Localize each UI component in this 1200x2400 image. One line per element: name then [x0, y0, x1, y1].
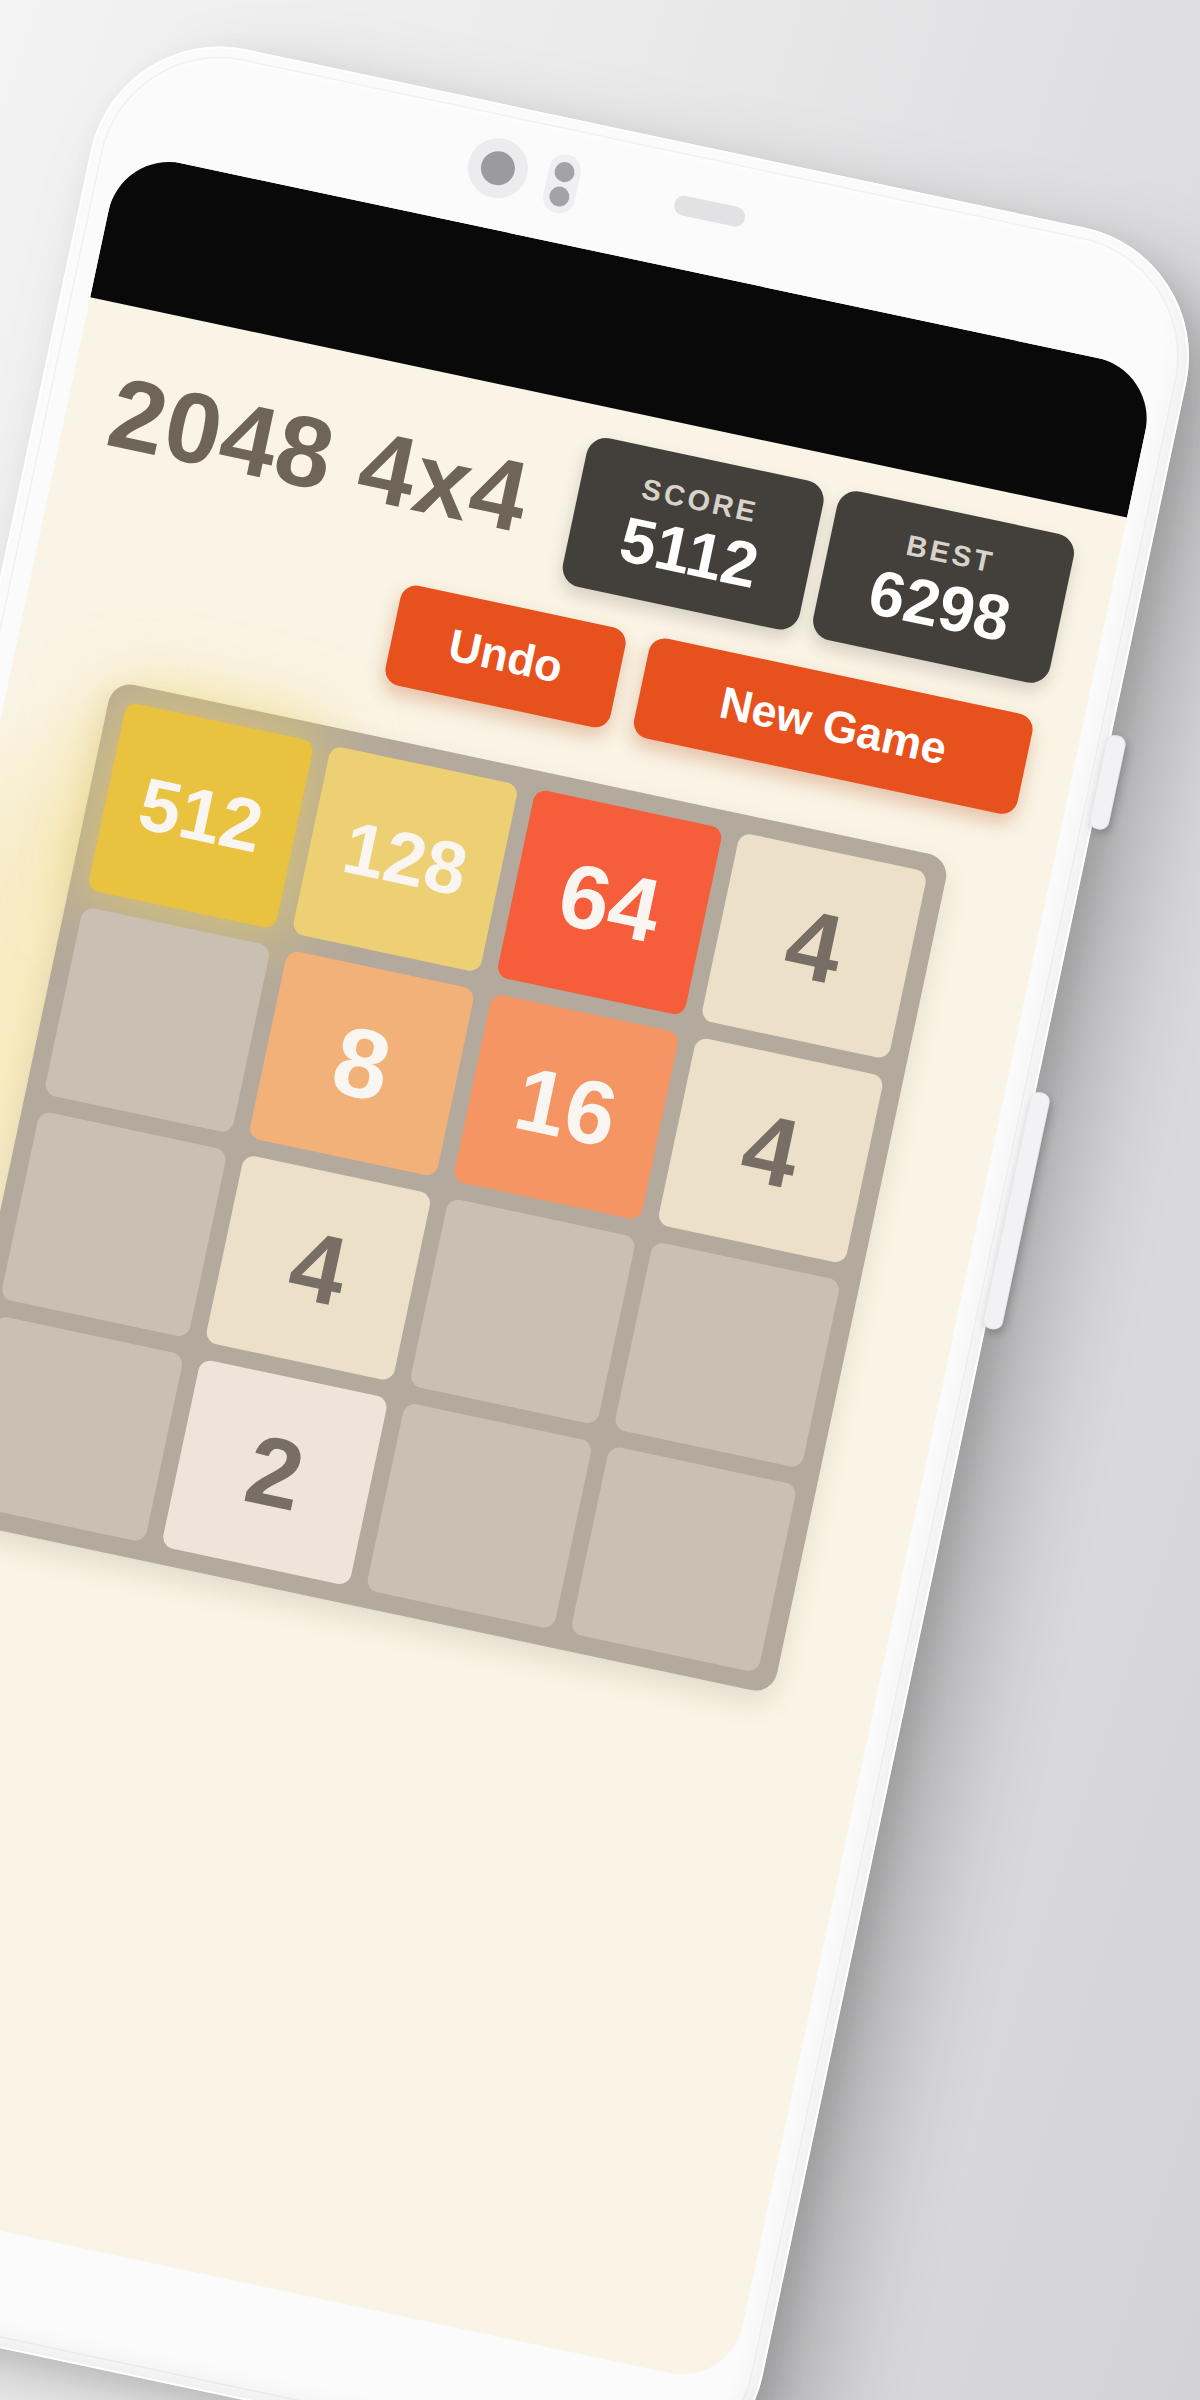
game-board[interactable]: 512128644816442	[0, 680, 950, 1694]
tile-4-r3c2: 4	[204, 1154, 432, 1382]
empty-cell-r4c1	[0, 1315, 184, 1543]
power-button	[1088, 733, 1128, 831]
earpiece-speaker	[672, 194, 747, 229]
score-box: SCORE 5112	[559, 434, 827, 633]
tile-64-r1c3: 64	[496, 789, 724, 1017]
tile-128-r1c2: 128	[291, 745, 519, 973]
tile-2-r4c2: 2	[161, 1358, 389, 1586]
proximity-sensor-dot	[553, 160, 577, 184]
empty-cell-r3c3	[409, 1197, 637, 1425]
app-title: 2048 4x4	[100, 359, 538, 550]
best-value: 6298	[863, 559, 1016, 651]
scene: 2048 4x4 SCORE 5112 BEST 6298 Undo	[0, 0, 1200, 2400]
front-camera-lens	[478, 148, 518, 188]
phone-mockup: 2048 4x4 SCORE 5112 BEST 6298 Undo	[0, 22, 1200, 2400]
tile-4-r1c4: 4	[700, 832, 928, 1060]
empty-cell-r4c4	[570, 1445, 798, 1673]
tile-8-r2c2: 8	[248, 950, 476, 1178]
sensor-pill	[540, 151, 584, 216]
best-box: BEST 6298	[809, 487, 1077, 686]
tile-4-r2c4: 4	[657, 1036, 885, 1264]
light-sensor-dot	[548, 184, 572, 208]
undo-button[interactable]: Undo	[382, 583, 628, 731]
empty-cell-r4c3	[365, 1402, 593, 1630]
tile-16-r2c3: 16	[452, 993, 680, 1221]
empty-cell-r3c1	[0, 1111, 228, 1339]
front-camera	[462, 133, 533, 204]
empty-cell-r2c1	[44, 906, 272, 1134]
game-app: 2048 4x4 SCORE 5112 BEST 6298 Undo	[0, 327, 1121, 1716]
tile-512-r1c1: 512	[87, 702, 315, 930]
empty-cell-r3c4	[613, 1241, 841, 1469]
phone-screen: 2048 4x4 SCORE 5112 BEST 6298 Undo	[0, 151, 1158, 2386]
